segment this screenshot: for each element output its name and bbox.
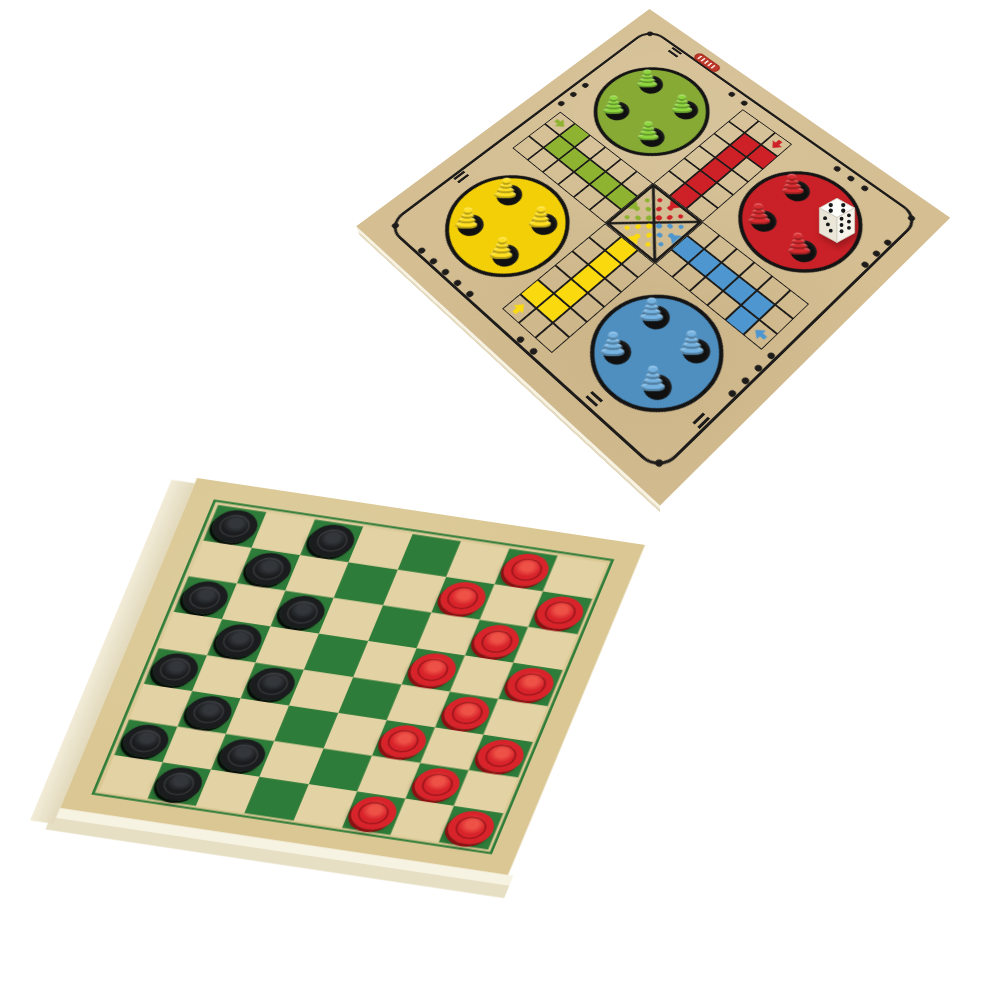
yellow-pawn-segment [502, 177, 511, 184]
red-pawn-segment [793, 232, 803, 240]
red-checker-r8c8[interactable] [443, 809, 499, 847]
checkers-board-wrap [60, 478, 645, 875]
green-pawn-segment [609, 95, 618, 101]
red-entry-arrow-icon [768, 137, 786, 151]
red-pawn-1[interactable] [781, 172, 804, 194]
red-pawn-3[interactable] [747, 201, 770, 224]
ludo-board [356, 9, 950, 505]
red-pawn-segment [787, 173, 796, 180]
red-pawn-segment [754, 203, 763, 210]
die-showing-4[interactable] [814, 196, 860, 246]
green-entry-arrow-icon [551, 116, 568, 129]
green-pawn-3[interactable] [603, 94, 624, 114]
green-pawn-4[interactable] [638, 119, 659, 139]
yellow-pawn-3[interactable] [455, 205, 479, 228]
yellow-pawn-segment [536, 206, 545, 213]
ludo-board-wrap [356, 9, 950, 505]
yellow-pawn-2[interactable] [529, 204, 552, 227]
red-checker-r2c8[interactable] [532, 594, 588, 632]
checkers-squares [197, 478, 645, 545]
green-pawn-segment [644, 121, 653, 128]
green-pawn-segment [678, 94, 686, 100]
yellow-pawn-1[interactable] [494, 176, 517, 198]
photo-scene: 2-in-1 wooden board game set: Ludo (uppe… [0, 0, 1000, 1000]
green-pawn-1[interactable] [637, 68, 657, 87]
green-pawn-2[interactable] [672, 93, 693, 113]
red-checker-r4c8[interactable] [502, 665, 558, 703]
yellow-pawn-segment [463, 207, 473, 214]
green-pawn-segment [643, 69, 651, 75]
red-checker-r6c8[interactable] [472, 737, 528, 775]
